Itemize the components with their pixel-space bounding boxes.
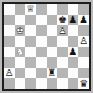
square-h5[interactable]: ♟♙ — [78, 36, 89, 47]
square-d7[interactable] — [36, 15, 47, 26]
square-c6[interactable] — [25, 25, 36, 36]
square-d6[interactable] — [36, 25, 47, 36]
piece-black-queen-h1[interactable]: ♛ — [78, 78, 89, 89]
piece-white-king-b6[interactable]: ♔ — [15, 25, 26, 36]
square-h1[interactable]: ♛ — [78, 78, 89, 89]
square-e2[interactable]: ♜ — [47, 68, 58, 79]
square-a7[interactable] — [4, 15, 15, 26]
square-f6[interactable]: ♟♙ — [57, 25, 68, 36]
square-e6[interactable] — [47, 25, 58, 36]
square-f7[interactable]: ♚ — [57, 15, 68, 26]
square-d5[interactable] — [36, 36, 47, 47]
piece-white-queen-c8[interactable]: ♕ — [25, 4, 36, 15]
square-h2[interactable] — [78, 68, 89, 79]
square-b3[interactable] — [15, 57, 26, 68]
piece-white-knight-b4[interactable]: ♘ — [15, 47, 26, 58]
square-a1[interactable] — [4, 78, 15, 89]
square-f5[interactable] — [57, 36, 68, 47]
square-d8[interactable] — [36, 4, 47, 15]
square-g1[interactable] — [68, 78, 79, 89]
square-d1[interactable] — [36, 78, 47, 89]
square-b1[interactable] — [15, 78, 26, 89]
square-d3[interactable] — [36, 57, 47, 68]
square-h3[interactable] — [78, 57, 89, 68]
square-b4[interactable]: ♞♘ — [15, 47, 26, 58]
square-e7[interactable] — [47, 15, 58, 26]
piece-white-pawn-f6[interactable]: ♙ — [57, 25, 68, 36]
square-d4[interactable] — [36, 47, 47, 58]
square-e5[interactable] — [47, 36, 58, 47]
piece-white-pawn-h5[interactable]: ♙ — [78, 36, 89, 47]
square-f1[interactable] — [57, 78, 68, 89]
square-a5[interactable] — [4, 36, 15, 47]
square-a4[interactable] — [4, 47, 15, 58]
piece-black-king-f7[interactable]: ♚ — [57, 15, 68, 26]
piece-black-pawn-g4[interactable]: ♟ — [68, 47, 79, 58]
piece-black-rook-e2[interactable]: ♜ — [47, 68, 58, 79]
square-g6[interactable] — [68, 25, 79, 36]
square-g3[interactable] — [68, 57, 79, 68]
square-b5[interactable] — [15, 36, 26, 47]
square-e8[interactable] — [47, 4, 58, 15]
square-f3[interactable] — [57, 57, 68, 68]
square-a2[interactable]: ♟♙ — [4, 68, 15, 79]
square-g7[interactable]: ♟ — [68, 15, 79, 26]
square-g4[interactable]: ♟ — [68, 47, 79, 58]
piece-black-pawn-g7[interactable]: ♟ — [68, 15, 79, 26]
square-a6[interactable] — [4, 25, 15, 36]
board-frame: ♛♕♚♟♟♚♔♟♙♟♙♞♘♟♟♙♜♛ — [2, 2, 91, 91]
square-h4[interactable] — [78, 47, 89, 58]
square-c7[interactable] — [25, 15, 36, 26]
square-b2[interactable] — [15, 68, 26, 79]
square-b6[interactable]: ♚♔ — [15, 25, 26, 36]
square-h7[interactable]: ♟ — [78, 15, 89, 26]
square-d2[interactable] — [36, 68, 47, 79]
square-f2[interactable] — [57, 68, 68, 79]
square-g2[interactable] — [68, 68, 79, 79]
square-e4[interactable] — [47, 47, 58, 58]
square-c3[interactable] — [25, 57, 36, 68]
square-b7[interactable] — [15, 15, 26, 26]
square-c1[interactable] — [25, 78, 36, 89]
chessboard: ♛♕♚♟♟♚♔♟♙♟♙♞♘♟♟♙♜♛ — [4, 4, 89, 89]
square-c5[interactable] — [25, 36, 36, 47]
square-e1[interactable] — [47, 78, 58, 89]
square-c8[interactable]: ♛♕ — [25, 4, 36, 15]
square-c4[interactable] — [25, 47, 36, 58]
square-g5[interactable] — [68, 36, 79, 47]
square-f4[interactable] — [57, 47, 68, 58]
piece-white-pawn-a2[interactable]: ♙ — [4, 68, 15, 79]
square-c2[interactable] — [25, 68, 36, 79]
square-b8[interactable] — [15, 4, 26, 15]
square-a8[interactable] — [4, 4, 15, 15]
piece-black-pawn-h7[interactable]: ♟ — [78, 15, 89, 26]
